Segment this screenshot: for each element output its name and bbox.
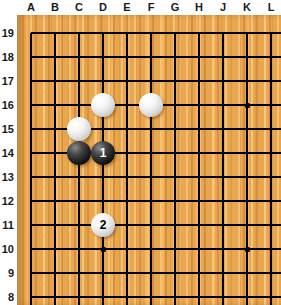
- column-label: A: [23, 0, 39, 14]
- star-point: [245, 103, 250, 108]
- row-label: 15: [0, 123, 14, 136]
- stone-white[interactable]: [91, 93, 115, 117]
- column-label: J: [215, 0, 231, 14]
- stone-white[interactable]: [67, 117, 91, 141]
- row-label: 11: [0, 219, 14, 232]
- goban-wood[interactable]: [17, 15, 281, 305]
- column-label: E: [119, 0, 135, 14]
- move-number-label: 2: [100, 219, 107, 231]
- row-label: 9: [0, 267, 14, 280]
- grid-line-vertical: [174, 33, 176, 305]
- grid-line-horizontal: [31, 224, 281, 226]
- column-label: D: [95, 0, 111, 14]
- grid-line-vertical: [102, 33, 104, 305]
- column-label: L: [263, 0, 279, 14]
- grid-line-horizontal: [31, 32, 281, 34]
- row-label: 13: [0, 171, 14, 184]
- grid-line-vertical: [126, 33, 128, 305]
- row-label: 19: [0, 27, 14, 40]
- grid-line-vertical: [78, 33, 80, 305]
- row-label: 18: [0, 51, 14, 64]
- column-label: K: [239, 0, 255, 14]
- row-label: 17: [0, 75, 14, 88]
- star-point: [245, 247, 250, 252]
- column-label: C: [71, 0, 87, 14]
- stone-black[interactable]: [67, 141, 91, 165]
- grid-line-horizontal: [31, 296, 281, 298]
- column-label: G: [167, 0, 183, 14]
- stone-white[interactable]: [139, 93, 163, 117]
- grid-line-vertical: [198, 33, 200, 305]
- row-label: 8: [0, 291, 14, 304]
- move-number-label: 1: [100, 147, 107, 159]
- grid-line-horizontal: [31, 176, 281, 178]
- row-label: 10: [0, 243, 14, 256]
- column-label: F: [143, 0, 159, 14]
- grid-line-vertical: [30, 33, 32, 305]
- row-label: 16: [0, 99, 14, 112]
- row-label: 12: [0, 195, 14, 208]
- star-point: [101, 247, 106, 252]
- row-label: 14: [0, 147, 14, 160]
- grid-line-vertical: [54, 33, 56, 305]
- stone-black[interactable]: 1: [91, 141, 115, 165]
- grid-line-horizontal: [31, 248, 281, 250]
- grid-line-vertical: [222, 33, 224, 305]
- go-board-diagram: ABCDEFGHJKL 1918171615141312111098 21: [0, 0, 281, 305]
- stone-white[interactable]: 2: [91, 213, 115, 237]
- grid-line-horizontal: [31, 200, 281, 202]
- column-label: H: [191, 0, 207, 14]
- grid-line-horizontal: [31, 80, 281, 82]
- column-label: B: [47, 0, 63, 14]
- grid-line-vertical: [270, 33, 272, 305]
- grid-line-vertical: [246, 33, 248, 305]
- grid-line-horizontal: [31, 56, 281, 58]
- grid-line-vertical: [150, 33, 152, 305]
- grid-line-horizontal: [31, 272, 281, 274]
